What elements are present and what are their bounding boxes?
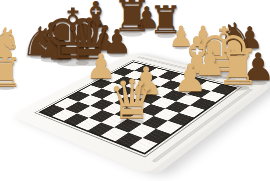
piece-glyph: ♟ xyxy=(173,59,207,97)
piece-glyph: ♜ xyxy=(0,52,23,92)
piece-glyph: ♜ xyxy=(216,43,260,92)
piece-glyph: ♛ xyxy=(108,73,156,127)
chess-set-photo: ♝♟♜♜♟♟♟♟♟♞♞♝♞♟♚♛♚♝♟♟♟♜♜♟♟♛ xyxy=(0,0,270,181)
